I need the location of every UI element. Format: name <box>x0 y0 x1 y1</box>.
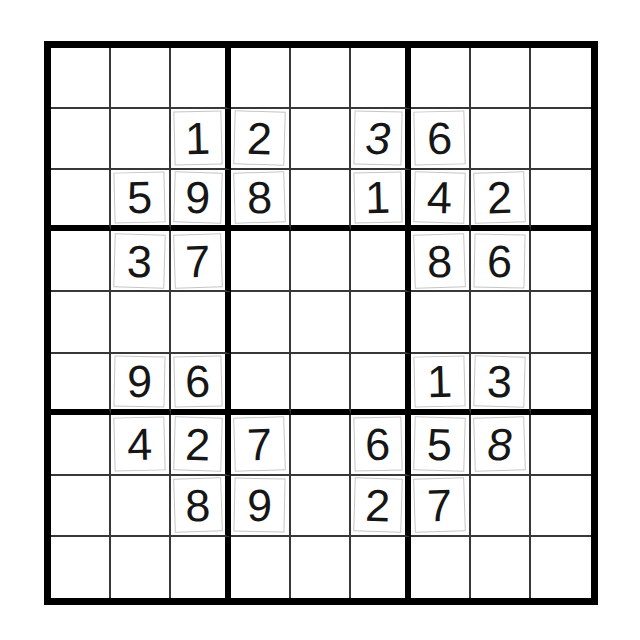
cell-value <box>294 356 345 407</box>
sudoku-cell[interactable] <box>51 476 111 537</box>
sudoku-cell[interactable] <box>471 476 531 537</box>
sudoku-cell[interactable] <box>231 537 291 598</box>
sudoku-cell[interactable] <box>411 537 471 598</box>
sudoku-cell[interactable] <box>411 292 471 353</box>
sudoku-cell[interactable]: 3 <box>471 354 531 415</box>
cell-value <box>174 50 222 104</box>
sudoku-cell[interactable] <box>111 537 171 598</box>
cell-value <box>414 295 465 349</box>
cell-value: 2 <box>234 111 287 167</box>
sudoku-cell[interactable]: 4 <box>411 170 471 231</box>
cell-value <box>174 539 222 595</box>
sudoku-cell[interactable] <box>171 537 231 598</box>
sudoku-cell[interactable] <box>51 415 111 476</box>
cell-value <box>474 50 525 104</box>
cell-value <box>474 478 525 532</box>
cell-value <box>114 50 165 104</box>
cell-value <box>54 111 105 165</box>
sudoku-cell[interactable]: 8 <box>231 170 291 231</box>
cell-value <box>234 50 285 104</box>
sudoku-cell[interactable]: 5 <box>411 415 471 476</box>
sudoku-cell[interactable]: 7 <box>411 476 471 537</box>
cell-value: 7 <box>414 477 467 533</box>
cell-value <box>234 234 285 288</box>
sudoku-cell[interactable] <box>351 48 411 109</box>
sudoku-cell[interactable] <box>231 354 291 415</box>
cell-value: 4 <box>414 172 466 224</box>
sudoku-cell[interactable] <box>291 476 351 537</box>
sudoku-cell[interactable] <box>111 109 171 170</box>
cell-value: 5 <box>114 172 166 224</box>
sudoku-cell[interactable]: 9 <box>111 354 171 415</box>
cell-value: 6 <box>414 111 466 167</box>
cell-value: 6 <box>474 233 526 288</box>
sudoku-cell[interactable] <box>531 354 591 415</box>
cell-value <box>54 478 105 532</box>
sudoku-cell[interactable]: 3 <box>111 231 171 292</box>
cell-value <box>294 172 345 223</box>
sudoku-cell[interactable]: 6 <box>351 415 411 476</box>
sudoku-cell[interactable] <box>291 292 351 353</box>
sudoku-cell[interactable] <box>291 231 351 292</box>
sudoku-cell[interactable]: 9 <box>231 476 291 537</box>
sudoku-cell[interactable]: 8 <box>411 231 471 292</box>
cell-value: 6 <box>174 355 223 407</box>
sudoku-cell[interactable]: 3 <box>351 109 411 170</box>
cell-value: 5 <box>414 416 467 472</box>
cell-value <box>234 539 285 595</box>
sudoku-cell[interactable]: 6 <box>411 109 471 170</box>
sudoku-cell[interactable] <box>51 170 111 231</box>
sudoku-cell[interactable] <box>291 170 351 231</box>
sudoku-cell[interactable]: 6 <box>471 231 531 292</box>
cell-value <box>535 295 588 349</box>
cell-value: 8 <box>474 416 527 472</box>
cell-value <box>535 539 588 595</box>
sudoku-cell[interactable] <box>351 231 411 292</box>
sudoku-cell[interactable] <box>291 537 351 598</box>
sudoku-cell[interactable] <box>531 415 591 476</box>
cell-value <box>174 295 222 349</box>
cell-value <box>535 478 588 532</box>
cell-value: 3 <box>354 111 403 166</box>
sudoku-cell[interactable]: 8 <box>171 476 231 537</box>
cell-value: 6 <box>354 416 403 472</box>
cell-value <box>474 111 525 165</box>
sudoku-cell[interactable] <box>531 292 591 353</box>
sudoku-cell[interactable]: 2 <box>231 109 291 170</box>
sudoku-cell[interactable] <box>171 48 231 109</box>
sudoku-cell[interactable]: 2 <box>471 170 531 231</box>
cell-value: 7 <box>234 416 287 472</box>
sudoku-cell[interactable] <box>531 476 591 537</box>
cell-value <box>294 417 345 471</box>
sudoku-cell[interactable] <box>51 537 111 598</box>
cell-value <box>114 539 165 595</box>
sudoku-cell[interactable]: 8 <box>471 415 531 476</box>
cell-value <box>535 111 588 165</box>
cell-value: 1 <box>354 172 403 224</box>
cell-value <box>414 50 465 104</box>
sudoku-cell[interactable]: 2 <box>351 476 411 537</box>
sudoku-cell[interactable] <box>291 354 351 415</box>
sudoku-cell[interactable] <box>51 109 111 170</box>
sudoku-cell[interactable] <box>231 48 291 109</box>
cell-value <box>354 539 402 595</box>
cell-value <box>54 295 105 349</box>
cell-value: 4 <box>114 416 166 472</box>
cell-value <box>414 539 465 595</box>
sudoku-cell[interactable] <box>471 109 531 170</box>
cell-value <box>294 295 345 349</box>
cell-value <box>294 50 345 104</box>
sudoku-cell[interactable] <box>291 109 351 170</box>
cell-value: 9 <box>114 355 166 407</box>
page: 1 2 3 6 5 9 8 1 4 2 3 7 8 6 9 6 <box>0 0 640 640</box>
sudoku-cell[interactable] <box>351 292 411 353</box>
sudoku-cell[interactable] <box>531 48 591 109</box>
cell-value <box>294 234 345 288</box>
cell-value <box>535 417 588 471</box>
sudoku-cell[interactable]: 5 <box>111 170 171 231</box>
cell-value <box>54 234 105 288</box>
cell-value <box>54 172 105 223</box>
cell-value <box>54 417 105 471</box>
cell-value: 2 <box>474 172 527 224</box>
cell-value <box>54 539 105 595</box>
sudoku-cell[interactable]: 1 <box>171 109 231 170</box>
sudoku-cell[interactable] <box>531 109 591 170</box>
cell-value: 3 <box>114 233 167 289</box>
sudoku-cell[interactable] <box>351 354 411 415</box>
sudoku-cell[interactable]: 6 <box>171 354 231 415</box>
sudoku-cell[interactable] <box>471 292 531 353</box>
sudoku-cell[interactable] <box>531 170 591 231</box>
sudoku-cell[interactable] <box>51 231 111 292</box>
sudoku-cell[interactable]: 4 <box>111 415 171 476</box>
sudoku-cell[interactable]: 1 <box>351 170 411 231</box>
cell-value <box>234 356 285 407</box>
sudoku-cell[interactable] <box>51 48 111 109</box>
cell-value <box>535 172 588 223</box>
sudoku-cell[interactable] <box>411 48 471 109</box>
cell-value <box>535 234 588 288</box>
cell-value: 8 <box>234 172 287 224</box>
sudoku-cell[interactable] <box>51 292 111 353</box>
cell-value: 1 <box>174 111 223 167</box>
cell-value <box>474 539 525 595</box>
sudoku-cell[interactable] <box>471 48 531 109</box>
cell-value: 8 <box>173 477 222 533</box>
sudoku-cell[interactable] <box>111 292 171 353</box>
cell-value <box>354 50 402 104</box>
cell-value: 9 <box>174 172 223 224</box>
cell-value <box>294 478 345 532</box>
sudoku-cell[interactable]: 7 <box>171 231 231 292</box>
sudoku-cell[interactable] <box>231 292 291 353</box>
sudoku-cell[interactable] <box>291 415 351 476</box>
cell-value: 2 <box>353 477 402 533</box>
cell-value <box>234 295 285 349</box>
sudoku-cell[interactable] <box>231 231 291 292</box>
cell-value: 2 <box>173 416 222 472</box>
sudoku-cell[interactable] <box>531 537 591 598</box>
sudoku-cell[interactable] <box>351 537 411 598</box>
cell-value <box>354 295 402 349</box>
sudoku-cell[interactable]: 2 <box>171 415 231 476</box>
cell-value <box>114 478 165 532</box>
sudoku-cell[interactable] <box>111 48 171 109</box>
sudoku-cell[interactable] <box>111 476 171 537</box>
cell-value <box>54 50 105 104</box>
sudoku-cell[interactable]: 1 <box>411 354 471 415</box>
cell-value <box>294 111 345 165</box>
cell-value <box>54 356 105 407</box>
sudoku-cell[interactable]: 7 <box>231 415 291 476</box>
cell-value <box>354 234 402 288</box>
cell-value <box>294 539 345 595</box>
cell-value <box>474 295 525 349</box>
cell-value: 7 <box>173 233 222 289</box>
sudoku-cell[interactable] <box>51 354 111 415</box>
cell-value: 8 <box>414 233 467 289</box>
sudoku-cell[interactable]: 9 <box>171 170 231 231</box>
cell-value: 1 <box>414 355 466 407</box>
sudoku-cell[interactable] <box>291 48 351 109</box>
sudoku-cell[interactable] <box>531 231 591 292</box>
cell-value <box>114 295 165 349</box>
cell-value: 3 <box>474 355 526 407</box>
cell-value <box>114 111 165 165</box>
cell-value <box>535 50 588 104</box>
sudoku-cell[interactable] <box>171 292 231 353</box>
cell-value <box>535 356 588 407</box>
cell-value <box>354 356 402 407</box>
cell-value: 9 <box>234 478 286 533</box>
sudoku-board: 1 2 3 6 5 9 8 1 4 2 3 7 8 6 9 6 <box>44 41 598 605</box>
sudoku-cell[interactable] <box>471 537 531 598</box>
